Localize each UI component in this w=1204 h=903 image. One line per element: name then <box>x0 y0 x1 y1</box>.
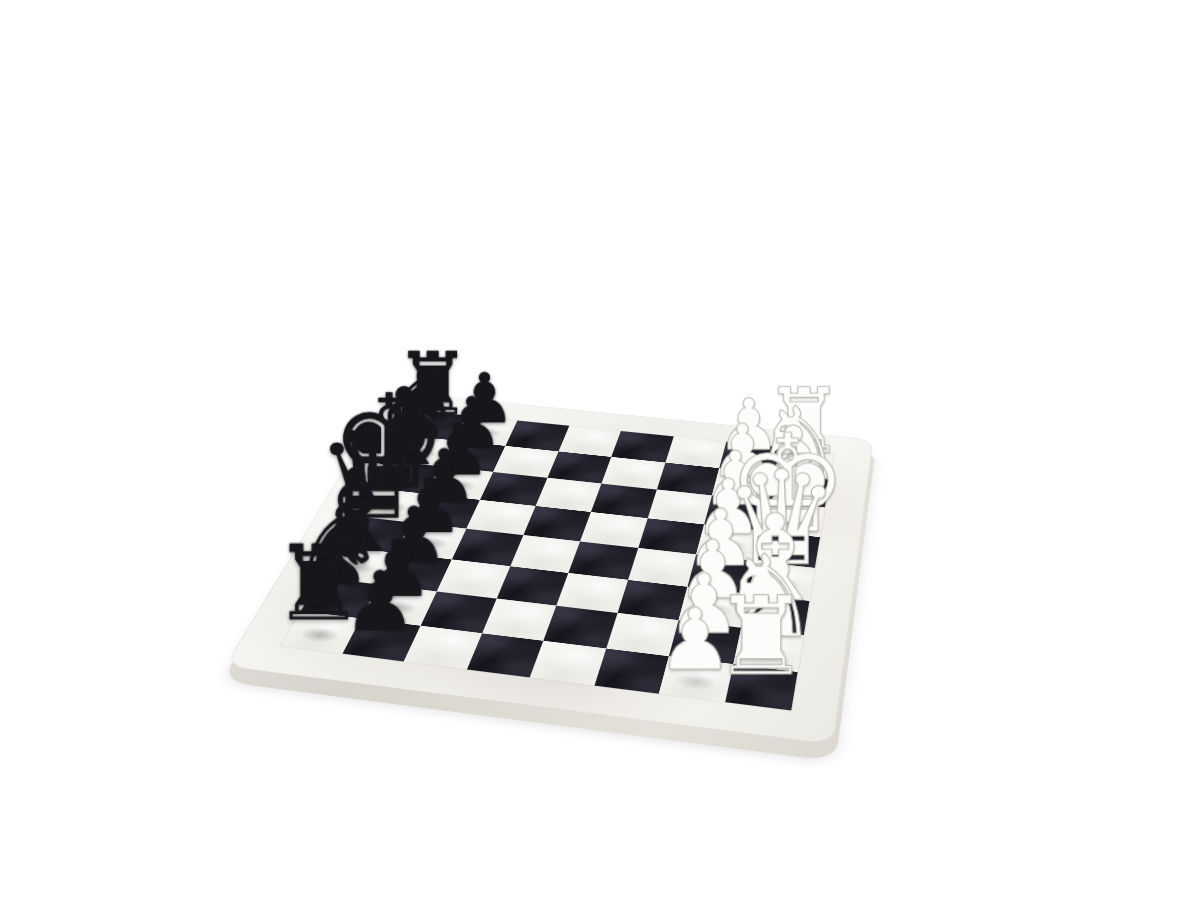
white-rook: ♜ <box>725 664 798 711</box>
square-a1: ♜ <box>725 664 798 711</box>
black-pawn-glyph: ♟ <box>343 561 417 644</box>
square-b4 <box>543 606 617 648</box>
square-g5 <box>547 451 611 483</box>
white-rook-glyph: ♜ <box>712 583 809 691</box>
square-f4 <box>591 484 656 518</box>
product-photo-scene: ♜♟♟♜♞♟♟♞♝♟♟♝♚♟♟♚♛♟♟♛♝♟♟♝♞♟♟♞♜♟♟♜ <box>0 0 1204 903</box>
chess-board: ♜♟♟♜♞♟♟♞♝♟♟♝♚♟♟♚♛♟♟♛♝♟♟♝♞♟♟♞♜♟♟♜ <box>224 391 873 745</box>
square-a4 <box>530 641 606 686</box>
square-d4 <box>568 541 637 579</box>
square-e5 <box>523 506 591 542</box>
square-e4 <box>580 512 647 548</box>
